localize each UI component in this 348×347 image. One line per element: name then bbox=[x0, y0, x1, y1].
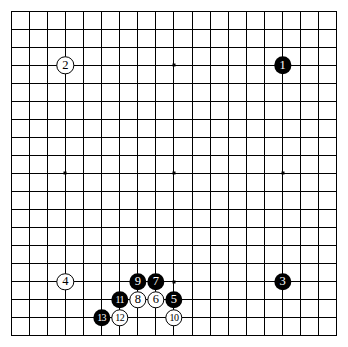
intersection-R15[interactable] bbox=[292, 74, 310, 92]
intersection-C15[interactable] bbox=[38, 74, 56, 92]
intersection-E19[interactable] bbox=[74, 2, 92, 20]
intersection-K19[interactable] bbox=[165, 2, 183, 20]
intersection-E9[interactable] bbox=[74, 183, 92, 201]
intersection-T15[interactable] bbox=[328, 74, 346, 92]
intersection-D10[interactable] bbox=[56, 164, 74, 182]
intersection-K10[interactable] bbox=[165, 164, 183, 182]
intersection-B7[interactable] bbox=[20, 219, 38, 237]
intersection-F2[interactable]: 13 bbox=[93, 309, 111, 327]
intersection-H16[interactable] bbox=[129, 56, 147, 74]
intersection-J18[interactable] bbox=[147, 20, 165, 38]
intersection-G15[interactable] bbox=[111, 74, 129, 92]
intersection-Q8[interactable] bbox=[274, 201, 292, 219]
intersection-K14[interactable] bbox=[165, 92, 183, 110]
intersection-M15[interactable] bbox=[201, 74, 219, 92]
intersection-T11[interactable] bbox=[328, 146, 346, 164]
intersection-O2[interactable] bbox=[237, 309, 255, 327]
intersection-N18[interactable] bbox=[219, 20, 237, 38]
intersection-Q6[interactable] bbox=[274, 237, 292, 255]
intersection-J1[interactable] bbox=[147, 327, 165, 345]
intersection-O7[interactable] bbox=[237, 219, 255, 237]
intersection-J2[interactable] bbox=[147, 309, 165, 327]
intersection-M12[interactable] bbox=[201, 128, 219, 146]
intersection-H14[interactable] bbox=[129, 92, 147, 110]
intersection-L6[interactable] bbox=[183, 237, 201, 255]
intersection-G6[interactable] bbox=[111, 237, 129, 255]
intersection-P15[interactable] bbox=[255, 74, 273, 92]
intersection-R18[interactable] bbox=[292, 20, 310, 38]
intersection-G16[interactable] bbox=[111, 56, 129, 74]
intersection-G12[interactable] bbox=[111, 128, 129, 146]
intersection-S2[interactable] bbox=[310, 309, 328, 327]
intersection-N14[interactable] bbox=[219, 92, 237, 110]
intersection-N7[interactable] bbox=[219, 219, 237, 237]
intersection-L12[interactable] bbox=[183, 128, 201, 146]
intersection-T12[interactable] bbox=[328, 128, 346, 146]
intersection-M9[interactable] bbox=[201, 183, 219, 201]
intersection-C18[interactable] bbox=[38, 20, 56, 38]
intersection-K11[interactable] bbox=[165, 146, 183, 164]
intersection-B8[interactable] bbox=[20, 201, 38, 219]
intersection-T2[interactable] bbox=[328, 309, 346, 327]
intersection-R8[interactable] bbox=[292, 201, 310, 219]
intersection-C1[interactable] bbox=[38, 327, 56, 345]
intersection-O5[interactable] bbox=[237, 255, 255, 273]
intersection-N9[interactable] bbox=[219, 183, 237, 201]
intersection-R2[interactable] bbox=[292, 309, 310, 327]
intersection-E18[interactable] bbox=[74, 20, 92, 38]
intersection-T6[interactable] bbox=[328, 237, 346, 255]
intersection-G11[interactable] bbox=[111, 146, 129, 164]
intersection-P12[interactable] bbox=[255, 128, 273, 146]
intersection-P17[interactable] bbox=[255, 38, 273, 56]
intersection-D13[interactable] bbox=[56, 110, 74, 128]
intersection-G13[interactable] bbox=[111, 110, 129, 128]
intersection-J4[interactable]: 7 bbox=[147, 273, 165, 291]
intersection-E6[interactable] bbox=[74, 237, 92, 255]
intersection-N11[interactable] bbox=[219, 146, 237, 164]
intersection-G7[interactable] bbox=[111, 219, 129, 237]
intersection-G17[interactable] bbox=[111, 38, 129, 56]
intersection-N15[interactable] bbox=[219, 74, 237, 92]
intersection-L11[interactable] bbox=[183, 146, 201, 164]
intersection-S6[interactable] bbox=[310, 237, 328, 255]
intersection-D8[interactable] bbox=[56, 201, 74, 219]
intersection-A18[interactable] bbox=[2, 20, 20, 38]
intersection-P10[interactable] bbox=[255, 164, 273, 182]
intersection-O17[interactable] bbox=[237, 38, 255, 56]
intersection-F12[interactable] bbox=[93, 128, 111, 146]
intersection-C10[interactable] bbox=[38, 164, 56, 182]
intersection-J6[interactable] bbox=[147, 237, 165, 255]
intersection-N13[interactable] bbox=[219, 110, 237, 128]
intersection-E11[interactable] bbox=[74, 146, 92, 164]
intersection-E14[interactable] bbox=[74, 92, 92, 110]
intersection-B9[interactable] bbox=[20, 183, 38, 201]
intersection-J16[interactable] bbox=[147, 56, 165, 74]
intersection-F9[interactable] bbox=[93, 183, 111, 201]
intersection-O19[interactable] bbox=[237, 2, 255, 20]
intersection-C8[interactable] bbox=[38, 201, 56, 219]
intersection-L16[interactable] bbox=[183, 56, 201, 74]
intersection-N8[interactable] bbox=[219, 201, 237, 219]
intersection-F14[interactable] bbox=[93, 92, 111, 110]
intersection-P5[interactable] bbox=[255, 255, 273, 273]
intersection-F8[interactable] bbox=[93, 201, 111, 219]
intersection-A9[interactable] bbox=[2, 183, 20, 201]
intersection-S12[interactable] bbox=[310, 128, 328, 146]
intersection-G5[interactable] bbox=[111, 255, 129, 273]
intersection-M6[interactable] bbox=[201, 237, 219, 255]
intersection-P18[interactable] bbox=[255, 20, 273, 38]
intersection-P13[interactable] bbox=[255, 110, 273, 128]
intersection-T19[interactable] bbox=[328, 2, 346, 20]
intersection-P4[interactable] bbox=[255, 273, 273, 291]
intersection-J3[interactable]: 6 bbox=[147, 291, 165, 309]
intersection-N17[interactable] bbox=[219, 38, 237, 56]
intersection-C19[interactable] bbox=[38, 2, 56, 20]
intersection-H7[interactable] bbox=[129, 219, 147, 237]
intersection-O18[interactable] bbox=[237, 20, 255, 38]
intersection-J15[interactable] bbox=[147, 74, 165, 92]
intersection-S10[interactable] bbox=[310, 164, 328, 182]
intersection-N6[interactable] bbox=[219, 237, 237, 255]
intersection-Q12[interactable] bbox=[274, 128, 292, 146]
intersection-Q10[interactable] bbox=[274, 164, 292, 182]
intersection-J10[interactable] bbox=[147, 164, 165, 182]
intersection-E2[interactable] bbox=[74, 309, 92, 327]
intersection-R19[interactable] bbox=[292, 2, 310, 20]
intersection-F1[interactable] bbox=[93, 327, 111, 345]
intersection-J7[interactable] bbox=[147, 219, 165, 237]
intersection-P8[interactable] bbox=[255, 201, 273, 219]
intersection-N19[interactable] bbox=[219, 2, 237, 20]
intersection-L2[interactable] bbox=[183, 309, 201, 327]
intersection-D7[interactable] bbox=[56, 219, 74, 237]
intersection-S7[interactable] bbox=[310, 219, 328, 237]
intersection-R4[interactable] bbox=[292, 273, 310, 291]
intersection-M14[interactable] bbox=[201, 92, 219, 110]
intersection-O15[interactable] bbox=[237, 74, 255, 92]
intersection-S13[interactable] bbox=[310, 110, 328, 128]
intersection-B11[interactable] bbox=[20, 146, 38, 164]
intersection-E5[interactable] bbox=[74, 255, 92, 273]
intersection-G18[interactable] bbox=[111, 20, 129, 38]
intersection-N2[interactable] bbox=[219, 309, 237, 327]
intersection-D17[interactable] bbox=[56, 38, 74, 56]
intersection-E1[interactable] bbox=[74, 327, 92, 345]
intersection-T4[interactable] bbox=[328, 273, 346, 291]
intersection-H15[interactable] bbox=[129, 74, 147, 92]
intersection-R16[interactable] bbox=[292, 56, 310, 74]
intersection-G3[interactable]: 11 bbox=[111, 291, 129, 309]
intersection-D2[interactable] bbox=[56, 309, 74, 327]
intersection-S1[interactable] bbox=[310, 327, 328, 345]
intersection-D18[interactable] bbox=[56, 20, 74, 38]
intersection-C3[interactable] bbox=[38, 291, 56, 309]
intersection-A1[interactable] bbox=[2, 327, 20, 345]
intersection-L18[interactable] bbox=[183, 20, 201, 38]
intersection-F6[interactable] bbox=[93, 237, 111, 255]
intersection-C11[interactable] bbox=[38, 146, 56, 164]
intersection-G9[interactable] bbox=[111, 183, 129, 201]
intersection-K1[interactable] bbox=[165, 327, 183, 345]
intersection-T13[interactable] bbox=[328, 110, 346, 128]
intersection-A19[interactable] bbox=[2, 2, 20, 20]
intersection-C14[interactable] bbox=[38, 92, 56, 110]
intersection-E12[interactable] bbox=[74, 128, 92, 146]
intersection-G1[interactable] bbox=[111, 327, 129, 345]
intersection-F15[interactable] bbox=[93, 74, 111, 92]
intersection-L10[interactable] bbox=[183, 164, 201, 182]
intersection-K9[interactable] bbox=[165, 183, 183, 201]
intersection-M5[interactable] bbox=[201, 255, 219, 273]
intersection-E13[interactable] bbox=[74, 110, 92, 128]
intersection-F18[interactable] bbox=[93, 20, 111, 38]
intersection-M11[interactable] bbox=[201, 146, 219, 164]
intersection-Q16[interactable]: 1 bbox=[274, 56, 292, 74]
intersection-R6[interactable] bbox=[292, 237, 310, 255]
intersection-Q3[interactable] bbox=[274, 291, 292, 309]
intersection-R5[interactable] bbox=[292, 255, 310, 273]
intersection-B4[interactable] bbox=[20, 273, 38, 291]
intersection-K2[interactable]: 10 bbox=[165, 309, 183, 327]
intersection-N10[interactable] bbox=[219, 164, 237, 182]
intersection-D3[interactable] bbox=[56, 291, 74, 309]
intersection-B2[interactable] bbox=[20, 309, 38, 327]
intersection-B17[interactable] bbox=[20, 38, 38, 56]
intersection-O9[interactable] bbox=[237, 183, 255, 201]
intersection-C2[interactable] bbox=[38, 309, 56, 327]
intersection-S11[interactable] bbox=[310, 146, 328, 164]
intersection-E3[interactable] bbox=[74, 291, 92, 309]
intersection-R1[interactable] bbox=[292, 327, 310, 345]
intersection-P7[interactable] bbox=[255, 219, 273, 237]
intersection-M16[interactable] bbox=[201, 56, 219, 74]
intersection-K3[interactable]: 5 bbox=[165, 291, 183, 309]
intersection-P6[interactable] bbox=[255, 237, 273, 255]
intersection-H19[interactable] bbox=[129, 2, 147, 20]
intersection-C5[interactable] bbox=[38, 255, 56, 273]
intersection-B14[interactable] bbox=[20, 92, 38, 110]
intersection-L5[interactable] bbox=[183, 255, 201, 273]
intersection-Q15[interactable] bbox=[274, 74, 292, 92]
intersection-N12[interactable] bbox=[219, 128, 237, 146]
intersection-S18[interactable] bbox=[310, 20, 328, 38]
intersection-O12[interactable] bbox=[237, 128, 255, 146]
intersection-B15[interactable] bbox=[20, 74, 38, 92]
intersection-A2[interactable] bbox=[2, 309, 20, 327]
intersection-J11[interactable] bbox=[147, 146, 165, 164]
intersection-H4[interactable]: 9 bbox=[129, 273, 147, 291]
intersection-R12[interactable] bbox=[292, 128, 310, 146]
intersection-S4[interactable] bbox=[310, 273, 328, 291]
intersection-K6[interactable] bbox=[165, 237, 183, 255]
intersection-B6[interactable] bbox=[20, 237, 38, 255]
intersection-T8[interactable] bbox=[328, 201, 346, 219]
intersection-Q19[interactable] bbox=[274, 2, 292, 20]
intersection-N4[interactable] bbox=[219, 273, 237, 291]
intersection-Q4[interactable]: 3 bbox=[274, 273, 292, 291]
intersection-R9[interactable] bbox=[292, 183, 310, 201]
intersection-A17[interactable] bbox=[2, 38, 20, 56]
intersection-O6[interactable] bbox=[237, 237, 255, 255]
intersection-P2[interactable] bbox=[255, 309, 273, 327]
intersection-L3[interactable] bbox=[183, 291, 201, 309]
intersection-M8[interactable] bbox=[201, 201, 219, 219]
intersection-O3[interactable] bbox=[237, 291, 255, 309]
intersection-M17[interactable] bbox=[201, 38, 219, 56]
intersection-O10[interactable] bbox=[237, 164, 255, 182]
intersection-J17[interactable] bbox=[147, 38, 165, 56]
intersection-M3[interactable] bbox=[201, 291, 219, 309]
intersection-M10[interactable] bbox=[201, 164, 219, 182]
intersection-L19[interactable] bbox=[183, 2, 201, 20]
intersection-A6[interactable] bbox=[2, 237, 20, 255]
intersection-K8[interactable] bbox=[165, 201, 183, 219]
intersection-L15[interactable] bbox=[183, 74, 201, 92]
intersection-M7[interactable] bbox=[201, 219, 219, 237]
intersection-S5[interactable] bbox=[310, 255, 328, 273]
intersection-G8[interactable] bbox=[111, 201, 129, 219]
intersection-E7[interactable] bbox=[74, 219, 92, 237]
intersection-E16[interactable] bbox=[74, 56, 92, 74]
intersection-E10[interactable] bbox=[74, 164, 92, 182]
intersection-B13[interactable] bbox=[20, 110, 38, 128]
intersection-A3[interactable] bbox=[2, 291, 20, 309]
intersection-T5[interactable] bbox=[328, 255, 346, 273]
intersection-L9[interactable] bbox=[183, 183, 201, 201]
intersection-L4[interactable] bbox=[183, 273, 201, 291]
intersection-L14[interactable] bbox=[183, 92, 201, 110]
intersection-C6[interactable] bbox=[38, 237, 56, 255]
intersection-F5[interactable] bbox=[93, 255, 111, 273]
intersection-J19[interactable] bbox=[147, 2, 165, 20]
intersection-E15[interactable] bbox=[74, 74, 92, 92]
intersection-O16[interactable] bbox=[237, 56, 255, 74]
intersection-B10[interactable] bbox=[20, 164, 38, 182]
intersection-L1[interactable] bbox=[183, 327, 201, 345]
intersection-K15[interactable] bbox=[165, 74, 183, 92]
intersection-B12[interactable] bbox=[20, 128, 38, 146]
intersection-A12[interactable] bbox=[2, 128, 20, 146]
intersection-T10[interactable] bbox=[328, 164, 346, 182]
intersection-K16[interactable] bbox=[165, 56, 183, 74]
intersection-C9[interactable] bbox=[38, 183, 56, 201]
intersection-Q1[interactable] bbox=[274, 327, 292, 345]
intersection-H18[interactable] bbox=[129, 20, 147, 38]
intersection-O13[interactable] bbox=[237, 110, 255, 128]
intersection-K5[interactable] bbox=[165, 255, 183, 273]
intersection-F17[interactable] bbox=[93, 38, 111, 56]
intersection-P9[interactable] bbox=[255, 183, 273, 201]
intersection-T16[interactable] bbox=[328, 56, 346, 74]
intersection-Q2[interactable] bbox=[274, 309, 292, 327]
intersection-C7[interactable] bbox=[38, 219, 56, 237]
intersection-M4[interactable] bbox=[201, 273, 219, 291]
intersection-Q7[interactable] bbox=[274, 219, 292, 237]
intersection-P16[interactable] bbox=[255, 56, 273, 74]
intersection-C4[interactable] bbox=[38, 273, 56, 291]
intersection-Q11[interactable] bbox=[274, 146, 292, 164]
intersection-D6[interactable] bbox=[56, 237, 74, 255]
intersection-O11[interactable] bbox=[237, 146, 255, 164]
intersection-C17[interactable] bbox=[38, 38, 56, 56]
intersection-K7[interactable] bbox=[165, 219, 183, 237]
intersection-H5[interactable] bbox=[129, 255, 147, 273]
intersection-B5[interactable] bbox=[20, 255, 38, 273]
intersection-K13[interactable] bbox=[165, 110, 183, 128]
intersection-G19[interactable] bbox=[111, 2, 129, 20]
intersection-C13[interactable] bbox=[38, 110, 56, 128]
intersection-H1[interactable] bbox=[129, 327, 147, 345]
intersection-R3[interactable] bbox=[292, 291, 310, 309]
intersection-C12[interactable] bbox=[38, 128, 56, 146]
intersection-F11[interactable] bbox=[93, 146, 111, 164]
intersection-M2[interactable] bbox=[201, 309, 219, 327]
intersection-T3[interactable] bbox=[328, 291, 346, 309]
intersection-L13[interactable] bbox=[183, 110, 201, 128]
intersection-Q14[interactable] bbox=[274, 92, 292, 110]
intersection-F4[interactable] bbox=[93, 273, 111, 291]
intersection-B1[interactable] bbox=[20, 327, 38, 345]
intersection-H13[interactable] bbox=[129, 110, 147, 128]
intersection-P14[interactable] bbox=[255, 92, 273, 110]
intersection-G2[interactable]: 12 bbox=[111, 309, 129, 327]
intersection-J12[interactable] bbox=[147, 128, 165, 146]
intersection-G10[interactable] bbox=[111, 164, 129, 182]
intersection-A14[interactable] bbox=[2, 92, 20, 110]
intersection-B18[interactable] bbox=[20, 20, 38, 38]
intersection-E8[interactable] bbox=[74, 201, 92, 219]
intersection-S9[interactable] bbox=[310, 183, 328, 201]
intersection-S8[interactable] bbox=[310, 201, 328, 219]
intersection-F3[interactable] bbox=[93, 291, 111, 309]
intersection-E4[interactable] bbox=[74, 273, 92, 291]
intersection-M19[interactable] bbox=[201, 2, 219, 20]
intersection-O14[interactable] bbox=[237, 92, 255, 110]
intersection-D1[interactable] bbox=[56, 327, 74, 345]
intersection-H11[interactable] bbox=[129, 146, 147, 164]
intersection-L7[interactable] bbox=[183, 219, 201, 237]
intersection-A5[interactable] bbox=[2, 255, 20, 273]
intersection-G14[interactable] bbox=[111, 92, 129, 110]
intersection-S17[interactable] bbox=[310, 38, 328, 56]
intersection-D15[interactable] bbox=[56, 74, 74, 92]
intersection-D14[interactable] bbox=[56, 92, 74, 110]
intersection-D19[interactable] bbox=[56, 2, 74, 20]
intersection-G4[interactable] bbox=[111, 273, 129, 291]
intersection-P3[interactable] bbox=[255, 291, 273, 309]
intersection-T18[interactable] bbox=[328, 20, 346, 38]
intersection-R7[interactable] bbox=[292, 219, 310, 237]
intersection-A13[interactable] bbox=[2, 110, 20, 128]
intersection-Q17[interactable] bbox=[274, 38, 292, 56]
intersection-B16[interactable] bbox=[20, 56, 38, 74]
intersection-R11[interactable] bbox=[292, 146, 310, 164]
intersection-O4[interactable] bbox=[237, 273, 255, 291]
intersection-P11[interactable] bbox=[255, 146, 273, 164]
intersection-E17[interactable] bbox=[74, 38, 92, 56]
intersection-P19[interactable] bbox=[255, 2, 273, 20]
intersection-Q18[interactable] bbox=[274, 20, 292, 38]
intersection-D12[interactable] bbox=[56, 128, 74, 146]
intersection-P1[interactable] bbox=[255, 327, 273, 345]
intersection-S3[interactable] bbox=[310, 291, 328, 309]
intersection-O1[interactable] bbox=[237, 327, 255, 345]
intersection-B3[interactable] bbox=[20, 291, 38, 309]
intersection-O8[interactable] bbox=[237, 201, 255, 219]
